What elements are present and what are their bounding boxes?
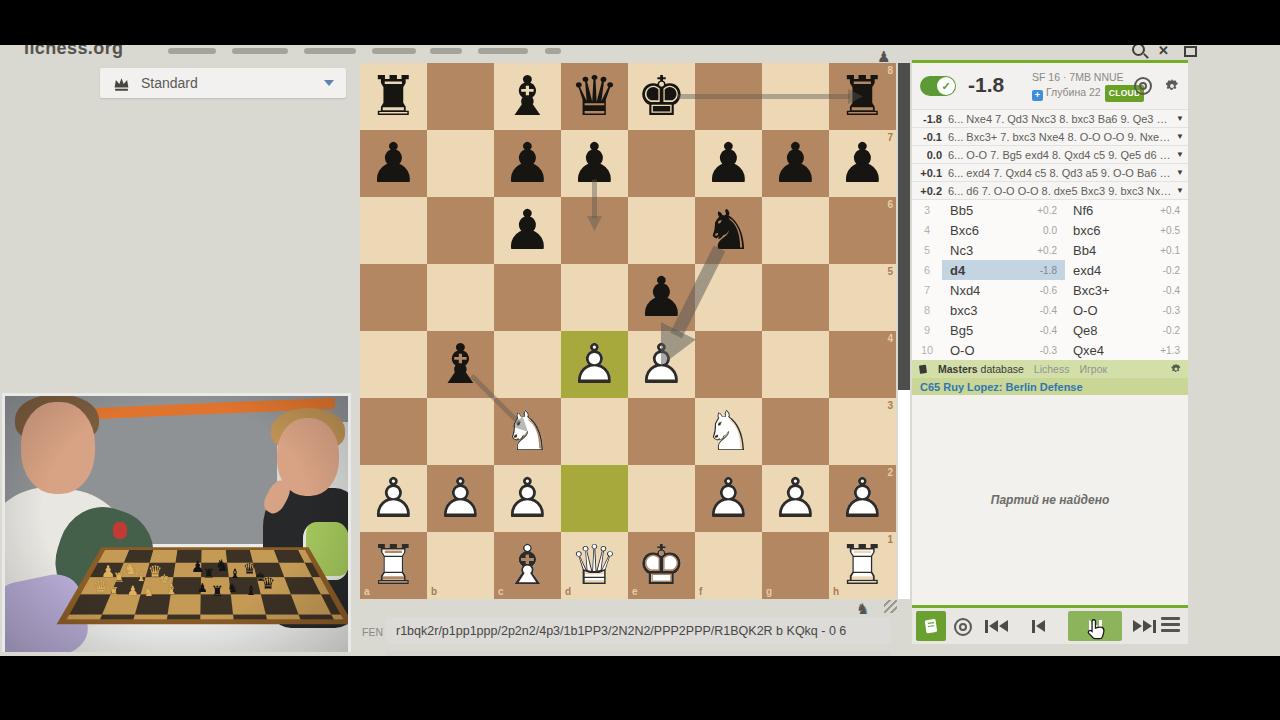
square-e1[interactable] [628,532,695,599]
square-e5[interactable] [628,264,695,331]
nav-menu-item[interactable] [168,48,216,54]
explorer-gear-icon[interactable] [1170,363,1182,375]
move-black-8[interactable]: O-O-0.3 [1065,300,1188,320]
square-c3[interactable] [494,398,561,465]
move-black-4[interactable]: bxc6+0.5 [1065,220,1188,240]
tab-masters[interactable]: Masters database [938,363,1024,375]
square-f3[interactable] [695,398,762,465]
letterbox-bottom [0,656,1280,720]
square-d4[interactable] [561,331,628,398]
engine-info: SF 16 · 7MB NNUE +Глубина 22CLOUD [1032,70,1144,102]
square-h8[interactable] [829,63,896,130]
engine-line-1[interactable]: -1.86... Nxe4 7. Qd3 Nxc3 8. bxc3 Ba6 9.… [912,110,1188,128]
move-black-7[interactable]: Bxc3+-0.4 [1065,280,1188,300]
square-a5[interactable] [360,264,427,331]
square-g5[interactable] [762,264,829,331]
square-h5[interactable] [829,264,896,331]
square-d3[interactable] [561,398,628,465]
square-c1[interactable] [494,532,561,599]
square-g7[interactable] [762,130,829,197]
move-row-9: 9Bg5-0.4Qe8-0.2 [912,320,1188,340]
square-a6[interactable] [360,197,427,264]
move-white-10[interactable]: O-O-0.3 [942,340,1065,360]
square-h7[interactable] [829,130,896,197]
square-g1[interactable] [762,532,829,599]
engine-line-3[interactable]: 0.06... O-O 7. Bg5 exd4 8. Qxd4 c5 9. Qe… [912,146,1188,164]
move-black-6[interactable]: exd4-0.2 [1065,260,1188,280]
square-c5[interactable] [494,264,561,331]
engine-toggle-check: ✓ [937,77,955,95]
engine-lines: -1.86... Nxe4 7. Qd3 Nxc3 8. bxc3 Ba6 9.… [912,110,1188,200]
square-f5[interactable] [695,264,762,331]
move-list: 3Bb5+0.2Nf6+0.44Bxc60.0bxc6+0.55Nc3+0.2B… [912,200,1188,360]
screen: lichess.org ✕ Standard abcdefgh87654321 … [0,0,1280,720]
square-a3[interactable] [360,398,427,465]
square-e2[interactable] [628,465,695,532]
square-c2[interactable] [494,465,561,532]
engine-name: SF 16 · 7MB NNUE [1032,70,1144,85]
square-f8[interactable] [695,63,762,130]
analysis-panel: ✓ -1.8 SF 16 · 7MB NNUE +Глубина 22CLOUD [912,60,1188,644]
square-a1[interactable] [360,532,427,599]
tab-lichess[interactable]: Lichess [1034,363,1070,375]
engine-depth: Глубина 22 [1046,86,1101,98]
crown-icon [112,74,131,93]
nav-menu-item[interactable] [545,48,561,54]
square-d7[interactable] [561,130,628,197]
fen-label: FEN [362,626,383,638]
move-white-4[interactable]: Bxc60.0 [942,220,1065,240]
board-squares [360,63,896,599]
tab-player[interactable]: Игрок [1079,363,1107,375]
move-row-10: 10O-O-0.3Qxe4+1.3 [912,340,1188,360]
move-row-5: 5Nc3+0.2Bb4+0.1 [912,240,1188,260]
square-g2[interactable] [762,465,829,532]
square-h3[interactable] [829,398,896,465]
control-bar [912,608,1188,644]
square-g4[interactable] [762,331,829,398]
square-d6[interactable] [561,197,628,264]
move-row-6: 6d4-1.8exd4-0.2 [912,260,1188,280]
move-black-5[interactable]: Bb4+0.1 [1065,240,1188,260]
nav-menu-item[interactable] [304,48,356,54]
move-row-7: 7Nxd4-0.6Bxc3+-0.4 [912,280,1188,300]
square-c7[interactable] [494,130,561,197]
practice-icon[interactable] [1134,77,1152,95]
move-white-3[interactable]: Bb5+0.2 [942,200,1065,220]
square-b3[interactable] [427,398,494,465]
engine-line-2[interactable]: -0.16... Bxc3+ 7. bxc3 Nxe4 8. O-O O-O 9… [912,128,1188,146]
last-move-button[interactable] [1126,611,1162,641]
square-c8[interactable] [494,63,561,130]
square-c6[interactable] [494,197,561,264]
square-b7[interactable] [427,130,494,197]
engine-toggle[interactable]: ✓ [920,76,956,96]
move-black-10[interactable]: Qxe4+1.3 [1065,340,1188,360]
square-b8[interactable] [427,63,494,130]
square-e7[interactable] [628,130,695,197]
square-a7[interactable] [360,130,427,197]
engine-line-4[interactable]: +0.16... exd4 7. Qxd4 c5 8. Qd3 a5 9. O-… [912,164,1188,182]
square-d5[interactable] [561,264,628,331]
square-f7[interactable] [695,130,762,197]
nav-menu-item[interactable] [478,48,528,54]
square-f1[interactable] [695,532,762,599]
chevron-down-icon [324,80,334,86]
menu-icon[interactable] [1161,617,1180,632]
square-d1[interactable] [561,532,628,599]
square-a4[interactable] [360,331,427,398]
square-g3[interactable] [762,398,829,465]
eval-gauge [898,63,910,599]
square-h2[interactable] [829,465,896,532]
move-row-3: 3Bb5+0.2Nf6+0.4 [912,200,1188,220]
engine-line-5[interactable]: +0.26... d6 7. O-O O-O 8. dxe5 Bxc3 9. b… [912,182,1188,200]
move-white-5[interactable]: Nc3+0.2 [942,240,1065,260]
nav-menu-item[interactable] [232,48,288,54]
variant-label: Standard [141,75,198,91]
knight-marker-icon: ♞ [856,600,869,618]
practice-toggle-icon[interactable] [954,618,972,636]
lichess-page: lichess.org ✕ Standard abcdefgh87654321 … [0,0,1280,720]
square-h4[interactable] [829,331,896,398]
square-b6[interactable] [427,197,494,264]
square-f4[interactable] [695,331,762,398]
engine-header: ✓ -1.8 SF 16 · 7MB NNUE +Глубина 22CLOUD [912,63,1188,110]
eval-gauge-black [898,63,910,390]
book-icon [918,364,928,375]
move-row-8: 8bxc3-0.4O-O-0.3 [912,300,1188,320]
mouse-cursor [1084,616,1110,644]
nav-menu-item[interactable] [372,48,416,54]
explorer-toggle-button[interactable] [916,611,946,641]
square-d2[interactable] [561,465,628,532]
square-f6[interactable] [695,197,762,264]
previous-move-button[interactable] [1024,611,1052,641]
plus-icon[interactable]: + [1032,90,1043,101]
variant-select[interactable]: Standard [100,68,346,98]
nav-menu-item[interactable] [430,48,462,54]
move-white-9[interactable]: Bg5-0.4 [942,320,1065,340]
square-e3[interactable] [628,398,695,465]
square-b1[interactable] [427,532,494,599]
explorer-empty: Партий не найдено [912,395,1188,605]
move-black-9[interactable]: Qe8-0.2 [1065,320,1188,340]
board-resize-handle[interactable] [884,600,897,613]
gear-icon[interactable] [1164,78,1180,94]
square-h6[interactable] [829,197,896,264]
letterbox-top [0,0,1280,45]
square-a2[interactable] [360,465,427,532]
vignette [5,396,348,652]
square-h1[interactable] [829,532,896,599]
opening-name[interactable]: C65 Ruy Lopez: Berlin Defense [912,378,1188,395]
fen-input[interactable] [386,617,891,644]
move-white-7[interactable]: Nxd4-0.6 [942,280,1065,300]
square-e8[interactable] [628,63,695,130]
square-a8[interactable] [360,63,427,130]
square-g8[interactable] [762,63,829,130]
move-black-3[interactable]: Nf6+0.4 [1065,200,1188,220]
challenge-icon[interactable] [1184,46,1197,57]
engine-eval: -1.8 [968,73,1004,97]
move-row-4: 4Bxc60.0bxc6+0.5 [912,220,1188,240]
move-white-8[interactable]: bxc3-0.4 [942,300,1065,320]
square-g6[interactable] [762,197,829,264]
square-d8[interactable] [561,63,628,130]
square-c4[interactable] [494,331,561,398]
move-white-6[interactable]: d4-1.8 [942,260,1065,280]
square-b4[interactable] [427,331,494,398]
first-move-button[interactable] [978,611,1014,641]
square-b2[interactable] [427,465,494,532]
book-icon [923,618,939,635]
chess-board[interactable]: abcdefgh87654321 ♜♝♛♚♜♟♟♟♟♟♟♟♞♟♝♟♙♟♙♞♘♞♘… [360,63,896,599]
square-b5[interactable] [427,264,494,331]
square-e4[interactable] [628,331,695,398]
square-e6[interactable] [628,197,695,264]
pawn-marker-icon: ♟ [877,48,890,66]
explorer-tabs: Masters database Lichess Игрок [912,360,1188,378]
square-f2[interactable] [695,465,762,532]
close-icon[interactable]: ✕ [1158,43,1169,58]
webcam-video: ♟♜♞♝♛♚♟♜♞♝♛♟♜♞♝♛♚♟♜♞♝♛ [2,393,351,652]
